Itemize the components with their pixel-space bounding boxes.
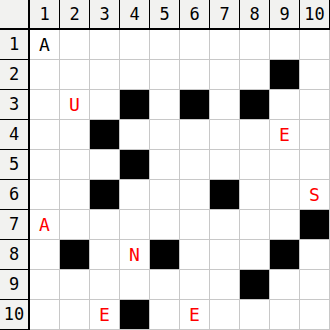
cell-r10c6[interactable]: E: [180, 300, 210, 330]
col-header-2: 2: [60, 0, 90, 30]
cell-r10c8[interactable]: [240, 300, 270, 330]
cell-r4c1[interactable]: [30, 120, 60, 150]
row-header-5: 5: [0, 150, 30, 180]
cell-r1c3[interactable]: [90, 30, 120, 60]
cell-r7c2[interactable]: [60, 210, 90, 240]
col-header-3: 3: [90, 0, 120, 30]
cell-r5c9[interactable]: [270, 150, 300, 180]
cell-r5c10[interactable]: [300, 150, 330, 180]
cell-r5c2[interactable]: [60, 150, 90, 180]
cell-r8c10[interactable]: [300, 240, 330, 270]
cell-r9c1[interactable]: [30, 270, 60, 300]
cell-r2c5[interactable]: [150, 60, 180, 90]
cell-r9c10[interactable]: [300, 270, 330, 300]
cell-r2c10[interactable]: [300, 60, 330, 90]
cell-r10c2[interactable]: [60, 300, 90, 330]
cell-r6c5[interactable]: [150, 180, 180, 210]
cell-r10c4[interactable]: [120, 300, 150, 330]
cell-r2c8[interactable]: [240, 60, 270, 90]
col-header-9: 9: [270, 0, 300, 30]
cell-r8c3[interactable]: [90, 240, 120, 270]
cell-r3c4[interactable]: [120, 90, 150, 120]
cell-r3c7[interactable]: [210, 90, 240, 120]
row-header-7: 7: [0, 210, 30, 240]
cell-r6c8[interactable]: [240, 180, 270, 210]
cell-r9c4[interactable]: [120, 270, 150, 300]
cell-r4c8[interactable]: [240, 120, 270, 150]
puzzle-board: 123456789101A23U4E56S7A8N910EE: [0, 0, 330, 330]
cell-r3c3[interactable]: [90, 90, 120, 120]
cell-r6c7[interactable]: [210, 180, 240, 210]
cell-r7c10[interactable]: [300, 210, 330, 240]
cell-r8c4[interactable]: N: [120, 240, 150, 270]
cell-r7c6[interactable]: [180, 210, 210, 240]
cell-r9c6[interactable]: [180, 270, 210, 300]
cell-r9c3[interactable]: [90, 270, 120, 300]
cell-r8c8[interactable]: [240, 240, 270, 270]
row-header-1: 1: [0, 30, 30, 60]
cell-r10c10[interactable]: [300, 300, 330, 330]
cell-r3c2[interactable]: U: [60, 90, 90, 120]
col-header-6: 6: [180, 0, 210, 30]
cell-r4c5[interactable]: [150, 120, 180, 150]
cell-r2c6[interactable]: [180, 60, 210, 90]
cell-r7c1[interactable]: A: [30, 210, 60, 240]
cell-r1c2[interactable]: [60, 30, 90, 60]
cell-r6c1[interactable]: [30, 180, 60, 210]
row-header-6: 6: [0, 180, 30, 210]
cell-r10c3[interactable]: E: [90, 300, 120, 330]
cell-r4c6[interactable]: [180, 120, 210, 150]
cell-r8c6[interactable]: [180, 240, 210, 270]
cell-r10c9[interactable]: [270, 300, 300, 330]
cell-r8c2[interactable]: [60, 240, 90, 270]
cell-r2c3[interactable]: [90, 60, 120, 90]
cell-r4c2[interactable]: [60, 120, 90, 150]
cell-r1c7[interactable]: [210, 30, 240, 60]
cell-r8c9[interactable]: [270, 240, 300, 270]
cell-r5c7[interactable]: [210, 150, 240, 180]
cell-r8c5[interactable]: [150, 240, 180, 270]
cell-r6c2[interactable]: [60, 180, 90, 210]
cell-r7c4[interactable]: [120, 210, 150, 240]
cell-r5c6[interactable]: [180, 150, 210, 180]
cell-r7c5[interactable]: [150, 210, 180, 240]
cell-r4c10[interactable]: [300, 120, 330, 150]
cell-r1c8[interactable]: [240, 30, 270, 60]
cell-r3c8[interactable]: [240, 90, 270, 120]
cell-r3c9[interactable]: [270, 90, 300, 120]
cell-r7c9[interactable]: [270, 210, 300, 240]
cell-r7c7[interactable]: [210, 210, 240, 240]
cell-r2c4[interactable]: [120, 60, 150, 90]
cell-r1c10[interactable]: [300, 30, 330, 60]
cell-r6c4[interactable]: [120, 180, 150, 210]
cell-r6c3[interactable]: [90, 180, 120, 210]
cell-r2c9[interactable]: [270, 60, 300, 90]
cell-r1c1[interactable]: A: [30, 30, 60, 60]
cell-r2c2[interactable]: [60, 60, 90, 90]
cell-r3c1[interactable]: [30, 90, 60, 120]
cell-r4c9[interactable]: E: [270, 120, 300, 150]
cell-r2c1[interactable]: [30, 60, 60, 90]
cell-r9c5[interactable]: [150, 270, 180, 300]
cell-r10c7[interactable]: [210, 300, 240, 330]
corner-cell: [0, 0, 30, 30]
row-header-8: 8: [0, 240, 30, 270]
cell-r4c4[interactable]: [120, 120, 150, 150]
row-header-2: 2: [0, 60, 30, 90]
col-header-10: 10: [300, 0, 330, 30]
cell-r6c10[interactable]: S: [300, 180, 330, 210]
cell-r5c3[interactable]: [90, 150, 120, 180]
cell-r8c1[interactable]: [30, 240, 60, 270]
cell-r3c5[interactable]: [150, 90, 180, 120]
row-header-4: 4: [0, 120, 30, 150]
cell-r9c7[interactable]: [210, 270, 240, 300]
cell-r2c7[interactable]: [210, 60, 240, 90]
col-header-7: 7: [210, 0, 240, 30]
cell-r5c1[interactable]: [30, 150, 60, 180]
cell-r6c9[interactable]: [270, 180, 300, 210]
cell-r9c8[interactable]: [240, 270, 270, 300]
cell-r5c8[interactable]: [240, 150, 270, 180]
col-header-1: 1: [30, 0, 60, 30]
cell-r8c7[interactable]: [210, 240, 240, 270]
cell-r5c4[interactable]: [120, 150, 150, 180]
cell-r1c4[interactable]: [120, 30, 150, 60]
cell-r9c9[interactable]: [270, 270, 300, 300]
cell-r3c10[interactable]: [300, 90, 330, 120]
cell-r4c3[interactable]: [90, 120, 120, 150]
cell-r1c5[interactable]: [150, 30, 180, 60]
cell-r7c8[interactable]: [240, 210, 270, 240]
col-header-5: 5: [150, 0, 180, 30]
cell-r4c7[interactable]: [210, 120, 240, 150]
col-header-4: 4: [120, 0, 150, 30]
col-header-8: 8: [240, 0, 270, 30]
cell-r6c6[interactable]: [180, 180, 210, 210]
cell-r10c1[interactable]: [30, 300, 60, 330]
cell-r5c5[interactable]: [150, 150, 180, 180]
row-header-10: 10: [0, 300, 30, 330]
cell-r1c9[interactable]: [270, 30, 300, 60]
row-header-3: 3: [0, 90, 30, 120]
cell-r9c2[interactable]: [60, 270, 90, 300]
cell-r1c6[interactable]: [180, 30, 210, 60]
cell-r7c3[interactable]: [90, 210, 120, 240]
cell-r3c6[interactable]: [180, 90, 210, 120]
row-header-9: 9: [0, 270, 30, 300]
cell-r10c5[interactable]: [150, 300, 180, 330]
